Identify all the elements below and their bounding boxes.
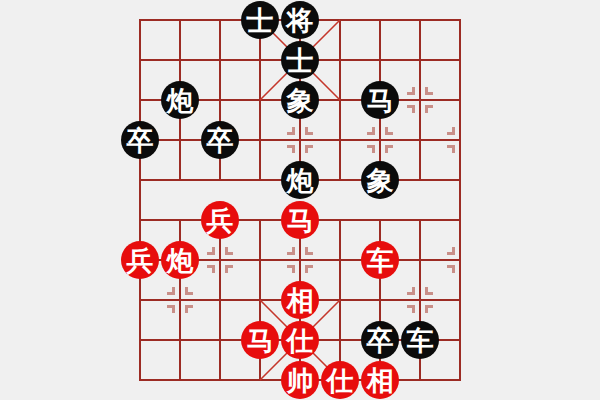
point-marker	[447, 247, 455, 255]
point-marker	[167, 305, 175, 313]
point-marker	[425, 305, 433, 313]
piece-black-advisor[interactable]: 士	[241, 1, 279, 39]
piece-black-advisor[interactable]: 士	[281, 41, 319, 79]
piece-black-elephant[interactable]: 象	[281, 81, 319, 119]
point-marker	[425, 105, 433, 113]
piece-red-cannon[interactable]: 炮	[161, 241, 199, 279]
piece-red-soldier[interactable]: 兵	[121, 241, 159, 279]
piece-black-soldier[interactable]: 卒	[361, 321, 399, 359]
piece-black-general[interactable]: 将	[281, 1, 319, 39]
point-marker	[447, 145, 455, 153]
point-marker	[207, 265, 215, 273]
point-marker	[385, 145, 393, 153]
piece-red-chariot[interactable]: 车	[361, 241, 399, 279]
point-marker	[407, 287, 415, 295]
point-marker	[425, 87, 433, 95]
point-marker	[367, 145, 375, 153]
piece-red-horse[interactable]: 马	[241, 321, 279, 359]
point-marker	[305, 145, 313, 153]
point-marker	[385, 127, 393, 135]
point-marker	[407, 305, 415, 313]
point-marker	[185, 305, 193, 313]
point-marker	[225, 247, 233, 255]
point-marker	[225, 265, 233, 273]
piece-red-general[interactable]: 帅	[281, 361, 319, 399]
point-marker	[447, 127, 455, 135]
point-marker	[305, 265, 313, 273]
piece-red-elephant[interactable]: 相	[281, 281, 319, 319]
xiangqi-board: 士将士炮象马卒卒炮象兵马兵炮车相马仕卒车帅仕相	[140, 20, 460, 380]
piece-black-soldier[interactable]: 卒	[121, 121, 159, 159]
piece-red-horse[interactable]: 马	[281, 201, 319, 239]
piece-red-soldier[interactable]: 兵	[201, 201, 239, 239]
piece-black-chariot[interactable]: 车	[401, 321, 439, 359]
piece-red-elephant[interactable]: 相	[361, 361, 399, 399]
point-marker	[447, 265, 455, 273]
piece-black-horse[interactable]: 马	[361, 81, 399, 119]
point-marker	[167, 287, 175, 295]
piece-black-elephant[interactable]: 象	[361, 161, 399, 199]
point-marker	[207, 247, 215, 255]
piece-red-advisor[interactable]: 仕	[281, 321, 319, 359]
point-marker	[287, 265, 295, 273]
point-marker	[425, 287, 433, 295]
point-marker	[407, 87, 415, 95]
piece-black-soldier[interactable]: 卒	[201, 121, 239, 159]
piece-black-cannon[interactable]: 炮	[281, 161, 319, 199]
point-marker	[305, 247, 313, 255]
point-marker	[407, 105, 415, 113]
piece-red-advisor[interactable]: 仕	[321, 361, 359, 399]
piece-black-cannon[interactable]: 炮	[161, 81, 199, 119]
point-marker	[287, 145, 295, 153]
point-marker	[305, 127, 313, 135]
point-marker	[367, 127, 375, 135]
point-marker	[287, 247, 295, 255]
point-marker	[287, 127, 295, 135]
point-marker	[185, 287, 193, 295]
